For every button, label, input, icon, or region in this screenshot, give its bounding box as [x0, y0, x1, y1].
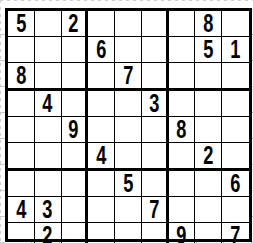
cell-r8c1[interactable]: 4 — [8, 197, 35, 223]
cell-r5c5[interactable] — [115, 117, 142, 143]
cell-r3c3[interactable] — [62, 63, 89, 91]
cell-r5c2[interactable] — [35, 117, 62, 143]
given-digit: 2 — [68, 10, 78, 36]
cell-r6c4[interactable]: 4 — [88, 143, 115, 171]
cell-r6c6[interactable] — [142, 143, 169, 171]
cell-r3c9[interactable] — [222, 63, 249, 91]
given-digit: 6 — [231, 170, 241, 196]
given-digit: 8 — [16, 62, 26, 88]
given-digit: 4 — [16, 196, 26, 222]
cell-r6c1[interactable] — [8, 143, 35, 171]
given-digit: 5 — [203, 36, 213, 62]
cell-r6c9[interactable] — [222, 143, 249, 171]
given-digit: 5 — [16, 10, 26, 36]
given-digit: 7 — [123, 62, 133, 88]
given-digit: 2 — [203, 142, 213, 168]
cell-r8c3[interactable] — [62, 197, 89, 223]
cell-r5c9[interactable] — [222, 117, 249, 143]
cell-r7c7[interactable] — [169, 171, 196, 197]
cell-r9c6[interactable] — [142, 223, 169, 243]
cell-r7c9[interactable]: 6 — [222, 171, 249, 197]
cell-r5c7[interactable]: 8 — [169, 117, 196, 143]
cell-r6c3[interactable] — [62, 143, 89, 171]
cell-r5c6[interactable] — [142, 117, 169, 143]
cell-r5c1[interactable] — [8, 117, 35, 143]
sudoku-page: 5286518743984256437297 — [0, 0, 253, 243]
cell-r4c5[interactable] — [115, 91, 142, 117]
given-digit: 8 — [203, 10, 213, 36]
given-digit: 3 — [149, 90, 159, 116]
cell-r9c8[interactable] — [195, 223, 222, 243]
cell-r2c4[interactable]: 6 — [88, 37, 115, 63]
cell-r4c4[interactable] — [88, 91, 115, 117]
given-digit: 5 — [123, 170, 133, 196]
cell-r8c4[interactable] — [88, 197, 115, 223]
cell-r9c5[interactable] — [115, 223, 142, 243]
cell-r7c5[interactable]: 5 — [115, 171, 142, 197]
cell-r1c7[interactable] — [169, 11, 196, 37]
cell-r2c9[interactable]: 1 — [222, 37, 249, 63]
cell-r9c4[interactable] — [88, 223, 115, 243]
cell-r9c3[interactable] — [62, 223, 89, 243]
cell-r6c2[interactable] — [35, 143, 62, 171]
cell-r2c6[interactable] — [142, 37, 169, 63]
given-digit: 9 — [68, 116, 78, 142]
cell-r5c3[interactable]: 9 — [62, 117, 89, 143]
cell-r7c8[interactable] — [195, 171, 222, 197]
cell-r9c7[interactable]: 9 — [169, 223, 196, 243]
given-digit: 4 — [43, 90, 53, 116]
given-digit: 7 — [231, 222, 241, 243]
cell-r2c3[interactable] — [62, 37, 89, 63]
given-digit: 8 — [176, 116, 186, 142]
cell-r6c7[interactable] — [169, 143, 196, 171]
cell-r2c8[interactable]: 5 — [195, 37, 222, 63]
cell-r3c1[interactable]: 8 — [8, 63, 35, 91]
cell-r9c9[interactable]: 7 — [222, 223, 249, 243]
cell-r3c4[interactable] — [88, 63, 115, 91]
cell-r2c2[interactable] — [35, 37, 62, 63]
given-digit: 7 — [149, 196, 159, 222]
cell-r8c8[interactable] — [195, 197, 222, 223]
cell-r9c2[interactable]: 2 — [35, 223, 62, 243]
cell-r1c1[interactable]: 5 — [8, 11, 35, 37]
given-digit: 3 — [43, 196, 53, 222]
given-digit: 6 — [96, 36, 106, 62]
given-digit: 1 — [231, 36, 241, 62]
cell-r6c5[interactable] — [115, 143, 142, 171]
cell-r1c2[interactable] — [35, 11, 62, 37]
cell-r4c1[interactable] — [8, 91, 35, 117]
cell-r2c7[interactable] — [169, 37, 196, 63]
cell-r7c3[interactable] — [62, 171, 89, 197]
cell-r4c2[interactable]: 4 — [35, 91, 62, 117]
cell-r8c5[interactable] — [115, 197, 142, 223]
cell-r3c8[interactable] — [195, 63, 222, 91]
given-digit: 9 — [176, 222, 186, 243]
cell-r7c4[interactable] — [88, 171, 115, 197]
cell-r4c8[interactable] — [195, 91, 222, 117]
given-digit: 2 — [43, 222, 53, 243]
cell-r8c6[interactable]: 7 — [142, 197, 169, 223]
spreadsheet-gridline-top — [0, 0, 253, 1]
cell-r3c2[interactable] — [35, 63, 62, 91]
cell-r3c5[interactable]: 7 — [115, 63, 142, 91]
cell-r1c3[interactable]: 2 — [62, 11, 89, 37]
cell-r1c6[interactable] — [142, 11, 169, 37]
cell-r1c5[interactable] — [115, 11, 142, 37]
cell-r4c6[interactable]: 3 — [142, 91, 169, 117]
cell-r6c8[interactable]: 2 — [195, 143, 222, 171]
cell-r9c1[interactable] — [8, 223, 35, 243]
cell-r4c9[interactable] — [222, 91, 249, 117]
cell-r3c6[interactable] — [142, 63, 169, 91]
sudoku-board: 5286518743984256437297 — [5, 8, 252, 242]
cell-r3c7[interactable] — [169, 63, 196, 91]
given-digit: 4 — [96, 142, 106, 168]
